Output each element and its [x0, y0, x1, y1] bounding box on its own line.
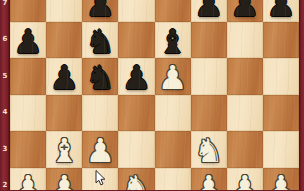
mouse-cursor-icon — [95, 170, 106, 186]
square-g2[interactable]: ♟ — [227, 168, 263, 191]
square-d5[interactable]: ♟ — [118, 58, 154, 95]
square-a5[interactable] — [10, 58, 46, 95]
square-e7[interactable] — [155, 0, 191, 22]
square-g3[interactable] — [227, 131, 263, 168]
square-b6[interactable] — [46, 22, 82, 59]
square-d6[interactable] — [118, 22, 154, 59]
square-a2[interactable]: ♟ — [10, 168, 46, 191]
square-d4[interactable] — [118, 95, 154, 132]
square-c6[interactable]: ♞ — [82, 22, 118, 59]
square-g4[interactable] — [227, 95, 263, 132]
black-pawn[interactable]: ♟ — [230, 0, 260, 24]
square-c3[interactable]: ♟ — [82, 131, 118, 168]
white-bishop[interactable]: ♝ — [49, 133, 79, 170]
square-a3[interactable] — [10, 131, 46, 168]
white-pawn[interactable]: ♟ — [194, 170, 224, 191]
chess-board: ♟♟♟♟♟♞♝♟♞♟♟♝♟♞♟♟♞♟♟♟ — [10, 0, 299, 190]
square-f5[interactable] — [191, 58, 227, 95]
square-h6[interactable] — [263, 22, 299, 59]
square-f7[interactable]: ♟ — [191, 0, 227, 22]
black-knight[interactable]: ♞ — [86, 24, 116, 61]
square-b2[interactable]: ♟ — [46, 168, 82, 191]
square-a7[interactable] — [10, 0, 46, 22]
square-d7[interactable] — [118, 0, 154, 22]
square-h7[interactable]: ♟ — [263, 0, 299, 22]
rank-label-6: 6 — [0, 36, 10, 43]
square-b4[interactable] — [46, 95, 82, 132]
rank-label-5: 5 — [0, 73, 10, 80]
black-pawn[interactable]: ♟ — [49, 60, 79, 97]
square-d2[interactable]: ♞ — [118, 168, 154, 191]
rank-coordinate-strip: 765432 — [0, 0, 10, 190]
chess-board-viewport: ♟♟♟♟♟♞♝♟♞♟♟♝♟♞♟♟♞♟♟♟ 765432 — [0, 0, 304, 190]
white-knight[interactable]: ♞ — [122, 170, 152, 191]
rank-label-3: 3 — [0, 146, 10, 153]
rank-label-4: 4 — [0, 109, 10, 116]
rank-label-2: 2 — [0, 182, 10, 189]
square-b5[interactable]: ♟ — [46, 58, 82, 95]
square-g5[interactable] — [227, 58, 263, 95]
square-e5[interactable]: ♟ — [155, 58, 191, 95]
square-g6[interactable] — [227, 22, 263, 59]
black-pawn[interactable]: ♟ — [194, 0, 224, 24]
square-c4[interactable] — [82, 95, 118, 132]
square-c7[interactable]: ♟ — [82, 0, 118, 22]
square-f3[interactable]: ♞ — [191, 131, 227, 168]
black-knight[interactable]: ♞ — [86, 60, 116, 97]
square-e4[interactable] — [155, 95, 191, 132]
square-h5[interactable] — [263, 58, 299, 95]
square-e6[interactable]: ♝ — [155, 22, 191, 59]
rank-label-7: 7 — [0, 0, 10, 7]
white-pawn[interactable]: ♟ — [86, 133, 116, 170]
black-pawn[interactable]: ♟ — [122, 60, 152, 97]
black-pawn[interactable]: ♟ — [266, 0, 296, 24]
square-d3[interactable] — [118, 131, 154, 168]
square-h4[interactable] — [263, 95, 299, 132]
square-e2[interactable] — [155, 168, 191, 191]
square-e3[interactable] — [155, 131, 191, 168]
white-pawn[interactable]: ♟ — [266, 170, 296, 191]
square-c5[interactable]: ♞ — [82, 58, 118, 95]
square-a6[interactable]: ♟ — [10, 22, 46, 59]
square-h2[interactable]: ♟ — [263, 168, 299, 191]
square-g7[interactable]: ♟ — [227, 0, 263, 22]
square-b3[interactable]: ♝ — [46, 131, 82, 168]
square-f4[interactable] — [191, 95, 227, 132]
white-pawn[interactable]: ♟ — [49, 170, 79, 191]
white-pawn[interactable]: ♟ — [158, 60, 188, 97]
square-h3[interactable] — [263, 131, 299, 168]
square-f6[interactable] — [191, 22, 227, 59]
black-pawn[interactable]: ♟ — [13, 24, 43, 61]
square-b7[interactable] — [46, 0, 82, 22]
white-knight[interactable]: ♞ — [194, 133, 224, 170]
square-f2[interactable]: ♟ — [191, 168, 227, 191]
white-pawn[interactable]: ♟ — [13, 170, 43, 191]
square-a4[interactable] — [10, 95, 46, 132]
black-pawn[interactable]: ♟ — [86, 0, 116, 24]
board-frame-right — [299, 0, 304, 190]
black-bishop[interactable]: ♝ — [158, 24, 188, 61]
white-pawn[interactable]: ♟ — [230, 170, 260, 191]
